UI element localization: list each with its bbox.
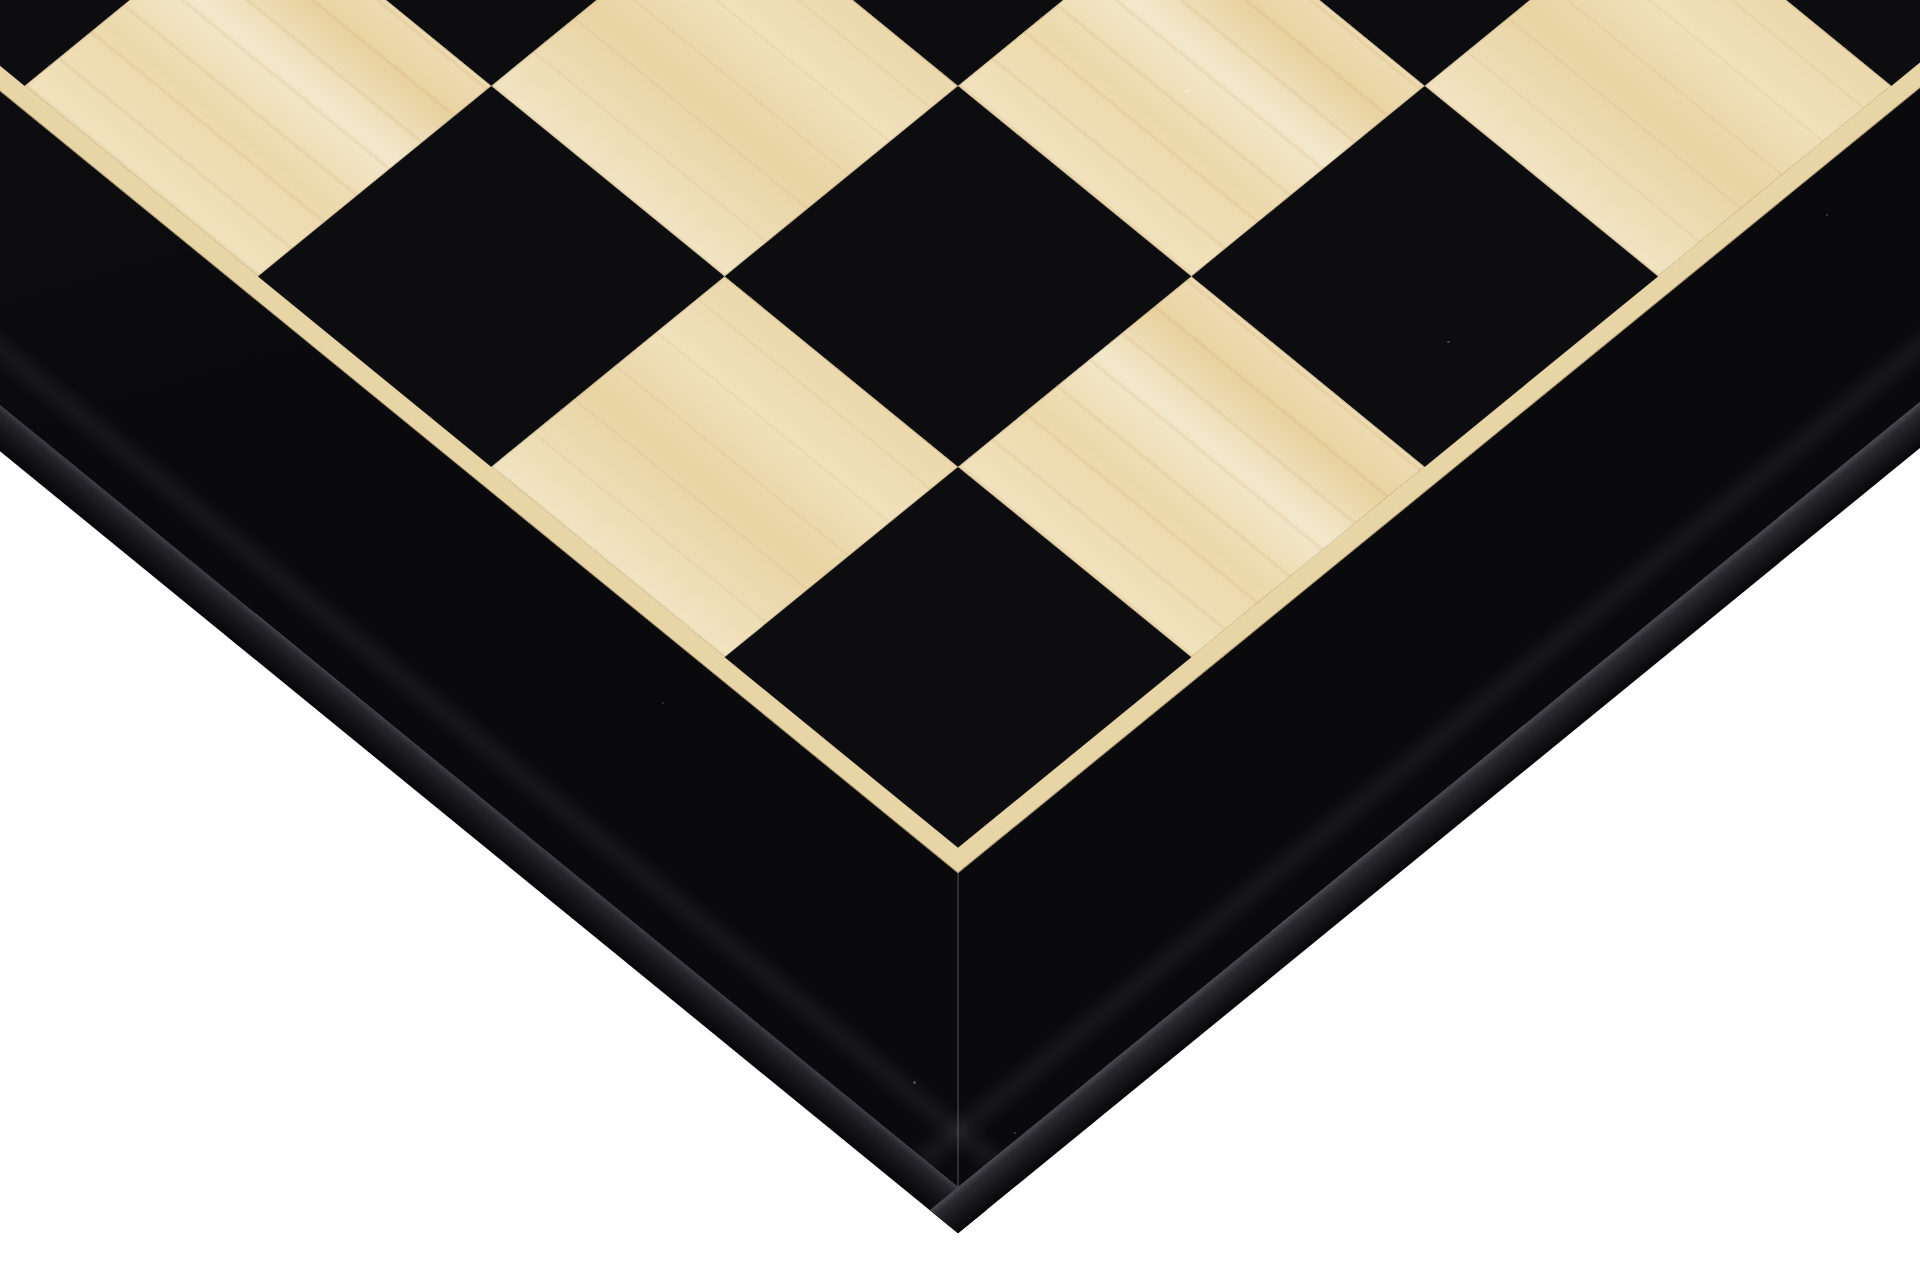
- chess-board: [0, 0, 1920, 1187]
- product-photo-scene: [0, 0, 1920, 1276]
- maple-pinstripe-border: [0, 0, 1920, 873]
- board-playing-field: [0, 0, 1920, 848]
